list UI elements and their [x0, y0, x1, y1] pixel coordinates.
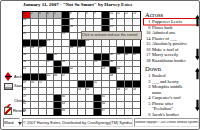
cell-r6c2[interactable]: 26 — [31, 47, 38, 53]
cell-r8c12[interactable]: 40 — [110, 61, 117, 67]
cell-r3c3[interactable] — [39, 26, 46, 32]
cell-number: 51 — [39, 81, 42, 84]
scope-selector-label: Word — [4, 121, 13, 125]
cell-number: 29 — [78, 46, 81, 49]
down-clue-3[interactable]: 3Memphis middle name — [144, 84, 200, 95]
cell-r6c12[interactable] — [110, 47, 117, 53]
cell-r7c7[interactable] — [70, 54, 77, 60]
cell-number: 4 — [47, 12, 49, 15]
cell-number: 43 — [102, 67, 105, 70]
black-cell — [39, 40, 46, 46]
cell-r10c15[interactable] — [133, 74, 140, 80]
cell-r12c9[interactable]: 55 — [86, 88, 93, 94]
puzzle-title: January 11, 2007 - "Not So Smart" by Har… — [23, 2, 132, 7]
cell-r11c10[interactable]: 52 — [94, 81, 101, 87]
black-cell — [117, 47, 124, 53]
cell-r2c13[interactable] — [117, 19, 124, 25]
cell-r15c15[interactable] — [133, 109, 140, 115]
cell-r2c2[interactable] — [31, 19, 38, 25]
down-clue-list: 1Rushed2___ and hearty3Memphis middle na… — [144, 73, 200, 117]
cell-r11c2[interactable]: 50 — [31, 81, 38, 87]
cell-number: 31 — [54, 53, 57, 56]
cell-r8c1[interactable]: 36 — [23, 61, 30, 67]
cell-r5c6[interactable] — [62, 40, 69, 46]
copyright-text: © 2007 Harvey Estes, Distributed by Cros… — [23, 121, 133, 125]
clue-number: 6 — [144, 112, 152, 118]
down-clue-6[interactable]: 6Jacob's brother — [144, 112, 200, 118]
cell-r5c12[interactable] — [110, 40, 117, 46]
check-icon — [4, 96, 13, 105]
cell-r6c10[interactable] — [94, 47, 101, 53]
cell-r12c12[interactable] — [110, 88, 117, 94]
cell-r7c8[interactable] — [78, 54, 85, 60]
cell-number: 64 — [102, 102, 105, 105]
cell-r13c6[interactable]: 60 — [62, 95, 69, 101]
cell-r4c1[interactable]: 20 — [23, 33, 30, 39]
black-cell — [39, 74, 46, 80]
cell-r15c6[interactable]: 66 — [62, 109, 69, 115]
cell-r1c5[interactable]: 5 — [54, 12, 61, 18]
across-scroll-up-icon[interactable] — [195, 14, 200, 27]
cell-r8c13[interactable] — [117, 61, 124, 67]
button-label: Reveal — [13, 109, 25, 113]
cell-r11c3[interactable]: 51 — [39, 81, 46, 87]
cell-r5c14[interactable] — [125, 40, 132, 46]
cell-r14c11[interactable]: 64 — [102, 102, 109, 108]
cell-r8c2[interactable] — [31, 61, 38, 67]
cell-number: 20 — [23, 32, 26, 35]
cell-r11c4[interactable] — [47, 81, 54, 87]
cell-number: 10 — [110, 12, 113, 15]
cell-r9c9[interactable] — [86, 67, 93, 73]
cell-r1c3[interactable]: 3 — [39, 12, 46, 18]
cell-r2c8[interactable] — [78, 19, 85, 25]
black-cell — [62, 19, 69, 25]
cell-r2c14[interactable] — [125, 19, 132, 25]
crossword-applet: January 11, 2007 - "Not So Smart" by Har… — [0, 0, 200, 130]
cell-r9c14[interactable] — [125, 67, 132, 73]
black-cell — [31, 40, 38, 46]
cell-number: 50 — [31, 81, 34, 84]
cell-number: 42 — [70, 67, 73, 70]
cell-number: 34 — [125, 53, 128, 56]
cell-r11c5[interactable] — [54, 81, 61, 87]
cell-number: 67 — [102, 109, 105, 112]
cell-number: 35 — [133, 53, 136, 56]
cell-r13c11[interactable]: 61 — [102, 95, 109, 101]
black-cell — [94, 109, 101, 115]
cell-r6c7[interactable]: 28 — [70, 47, 77, 53]
black-cell — [110, 67, 117, 73]
black-cell — [47, 54, 54, 60]
cell-r6c6[interactable] — [62, 47, 69, 53]
cell-r13c3[interactable] — [39, 95, 46, 101]
cell-r10c9[interactable] — [86, 74, 93, 80]
across-clue-list: 1Puppeteer Lewis6Flows back10Admired one… — [144, 19, 200, 63]
cell-r8c4[interactable]: 37 — [47, 61, 54, 67]
cell-number: 16 — [110, 18, 113, 21]
black-cell — [54, 95, 61, 101]
cell-r6c3[interactable]: 27 — [39, 47, 46, 53]
cell-r2c10[interactable] — [94, 19, 101, 25]
cell-r15c4[interactable] — [47, 109, 54, 115]
cell-r6c4[interactable] — [47, 47, 54, 53]
cell-number: 14 — [23, 18, 26, 21]
cell-r3c2[interactable] — [31, 26, 38, 32]
cell-r9c4[interactable] — [47, 67, 54, 73]
black-cell — [62, 12, 69, 18]
cell-number: 41 — [23, 67, 26, 70]
save-icon — [4, 83, 13, 90]
cell-number: 26 — [31, 46, 34, 49]
cell-number: 55 — [86, 88, 89, 91]
cell-r13c9[interactable] — [86, 95, 93, 101]
cell-number: 17 — [23, 25, 26, 28]
cell-number: 1 — [23, 12, 25, 15]
cell-r3c1[interactable]: 17 — [23, 26, 30, 32]
cell-r8c10[interactable]: 39 — [94, 61, 101, 67]
black-cell — [70, 40, 77, 46]
across-clue-18[interactable]: 18Kazakhstan border — [144, 58, 200, 64]
cell-r12c15[interactable]: 58 — [133, 88, 140, 94]
down-scroll-down-icon[interactable] — [195, 99, 200, 112]
cell-r12c2[interactable] — [31, 88, 38, 94]
cell-r13c13[interactable] — [117, 95, 124, 101]
cell-r4c2[interactable] — [31, 33, 38, 39]
cell-r8c14[interactable] — [125, 61, 132, 67]
cell-r8c6[interactable]: 38 — [62, 61, 69, 67]
cell-number: 57 — [125, 88, 128, 91]
cell-r2c9[interactable] — [86, 19, 93, 25]
cell-r6c8[interactable]: 29 — [78, 47, 85, 53]
cell-number: 38 — [62, 60, 65, 63]
cell-r7c9[interactable] — [86, 54, 93, 60]
cell-r14c4[interactable] — [47, 102, 54, 108]
button-label: Save — [14, 84, 23, 88]
cell-r11c6[interactable] — [62, 81, 69, 87]
cell-r7c2[interactable] — [31, 54, 38, 60]
cell-r12c11[interactable] — [102, 88, 109, 94]
cell-r12c10[interactable] — [94, 88, 101, 94]
cell-r12c13[interactable]: 56 — [117, 88, 124, 94]
clue-text: Jacob's brother — [152, 112, 193, 118]
cell-number: 25 — [23, 46, 26, 49]
cell-r9c10[interactable] — [94, 67, 101, 73]
cell-r9c15[interactable] — [133, 67, 140, 73]
cell-r15c14[interactable] — [125, 109, 132, 115]
cell-r10c8[interactable] — [78, 74, 85, 80]
cell-number: 37 — [47, 60, 50, 63]
cell-number: 2 — [31, 12, 33, 15]
cell-r5c10[interactable] — [94, 40, 101, 46]
check-button[interactable]: Check — [4, 96, 31, 105]
cell-r15c11[interactable]: 67 — [102, 109, 109, 115]
cell-r13c4[interactable] — [47, 95, 54, 101]
cell-r11c11[interactable] — [102, 81, 109, 87]
black-cell — [117, 81, 124, 87]
cell-r1c15[interactable]: 13 — [133, 12, 140, 18]
cell-number: 63 — [62, 102, 65, 105]
clue-number: 18 — [144, 58, 152, 64]
cell-r2c3[interactable] — [39, 19, 46, 25]
cell-r8c9[interactable] — [86, 61, 93, 67]
cell-number: 7 — [78, 12, 80, 15]
copyright-status-left: © 2007 Harvey Estes, Distributed by Cros… — [22, 118, 133, 127]
cell-number: 47 — [62, 74, 65, 77]
cell-r10c7[interactable] — [70, 74, 77, 80]
cell-number: 61 — [102, 95, 105, 98]
cell-r1c9[interactable]: 8 — [86, 12, 93, 18]
cell-number: 13 — [133, 12, 136, 15]
cell-r8c15[interactable] — [133, 61, 140, 67]
cell-number: 6 — [70, 12, 72, 15]
cell-r4c3[interactable] — [39, 33, 46, 39]
cell-r9c8[interactable] — [78, 67, 85, 73]
black-cell — [102, 61, 109, 67]
black-cell — [62, 26, 69, 32]
cell-r8c3[interactable] — [39, 61, 46, 67]
cell-r2c15[interactable] — [133, 19, 140, 25]
cell-r4c7[interactable] — [70, 33, 77, 39]
cell-r9c11[interactable]: 43 — [102, 67, 109, 73]
copyright-status-right: Software copyright © 2007 Literate Softw… — [134, 118, 199, 127]
cell-r10c11[interactable] — [102, 74, 109, 80]
cell-r13c15[interactable] — [133, 95, 140, 101]
cell-r9c3[interactable] — [39, 67, 46, 73]
cell-r4c4[interactable] — [47, 33, 54, 39]
cell-r2c4[interactable] — [47, 19, 54, 25]
cell-r14c2[interactable] — [31, 102, 38, 108]
black-cell — [125, 47, 132, 53]
cell-r13c2[interactable] — [31, 95, 38, 101]
black-cell — [102, 12, 109, 18]
cell-r2c5[interactable] — [54, 19, 61, 25]
cell-r10c5[interactable]: 46 — [54, 74, 61, 80]
cell-r2c7[interactable]: 15 — [70, 19, 77, 25]
cell-r10c6[interactable]: 47 — [62, 74, 69, 80]
button-label: Archive — [14, 75, 27, 79]
black-cell — [23, 40, 30, 46]
cell-number: 3 — [39, 12, 41, 15]
clue-number: 3 — [144, 84, 152, 95]
cell-r7c1[interactable]: 30 — [23, 54, 30, 60]
cell-r13c7[interactable] — [70, 95, 77, 101]
cell-number: 15 — [70, 18, 73, 21]
down-clue-5[interactable]: 5Phrase after "Peekaboo" — [144, 101, 200, 112]
reveal-icon — [4, 107, 12, 115]
cell-r15c3[interactable] — [39, 109, 46, 115]
cell-r7c15[interactable]: 35 — [133, 54, 140, 60]
across-scroll-down-icon[interactable] — [195, 48, 200, 61]
cell-r14c3[interactable] — [39, 102, 46, 108]
cell-r7c3[interactable] — [39, 54, 46, 60]
cell-r5c9[interactable]: 24 — [86, 40, 93, 46]
cell-number: 19 — [110, 25, 113, 28]
cell-r4c5[interactable] — [54, 33, 61, 39]
cell-r8c8[interactable] — [78, 61, 85, 67]
black-cell — [86, 81, 93, 87]
cell-r7c5[interactable]: 31 — [54, 54, 61, 60]
cell-r15c2[interactable] — [31, 109, 38, 115]
black-cell — [133, 47, 140, 53]
activation-banner-text: Click to activate and use this control — [82, 33, 138, 37]
cell-r1c4[interactable]: 4 — [47, 12, 54, 18]
black-cell — [94, 54, 101, 60]
cell-r5c5[interactable] — [54, 40, 61, 46]
cell-r10c12[interactable]: 48 — [110, 74, 117, 80]
cell-number: 27 — [39, 46, 42, 49]
cell-r1c14[interactable]: 12 — [125, 12, 132, 18]
cell-r14c7[interactable] — [70, 102, 77, 108]
cell-r3c4[interactable] — [47, 26, 54, 32]
black-cell — [94, 102, 101, 108]
crossword-grid: 1234567891011121314151617181920212223242… — [22, 11, 141, 116]
cell-number: 12 — [125, 12, 128, 15]
cell-r12c3[interactable] — [39, 88, 46, 94]
cell-r3c5[interactable] — [54, 26, 61, 32]
cell-number: 45 — [47, 74, 50, 77]
cell-number: 48 — [110, 74, 113, 77]
cell-number: 21 — [62, 32, 65, 35]
save-button[interactable]: Save — [4, 82, 28, 90]
scope-selector[interactable]: Word — [3, 118, 20, 127]
cell-number: 56 — [117, 88, 120, 91]
cell-number: 28 — [70, 46, 73, 49]
black-cell — [125, 81, 132, 87]
cell-r5c11[interactable] — [102, 40, 109, 46]
cell-r10c4[interactable]: 45 — [47, 74, 54, 80]
cell-r15c9[interactable] — [86, 109, 93, 115]
cell-r1c2[interactable]: 2 — [31, 12, 38, 18]
cell-r15c13[interactable] — [117, 109, 124, 115]
cell-number: 8 — [86, 12, 88, 15]
cell-r1c10[interactable]: 9 — [94, 12, 101, 18]
black-cell — [54, 67, 61, 73]
clue-text: Phrase after "Peekaboo" — [152, 101, 193, 112]
black-cell — [102, 54, 109, 60]
cell-r2c1[interactable]: 14 — [23, 19, 30, 25]
cell-r15c12[interactable] — [110, 109, 117, 115]
cell-number: 46 — [54, 74, 57, 77]
cell-number: 39 — [94, 60, 97, 63]
cell-r13c12[interactable] — [110, 95, 117, 101]
cell-number: 5 — [54, 12, 56, 15]
cell-number: 58 — [133, 88, 136, 91]
black-cell — [78, 40, 85, 46]
cell-r14c8[interactable] — [78, 102, 85, 108]
cell-number: 54 — [78, 88, 81, 91]
across-header: Across — [145, 11, 163, 18]
black-cell — [133, 81, 140, 87]
cell-r6c9[interactable] — [86, 47, 93, 53]
black-cell — [78, 81, 85, 87]
cell-r5c13[interactable] — [117, 40, 124, 46]
cell-r14c15[interactable] — [133, 102, 140, 108]
cell-r14c13[interactable] — [117, 102, 124, 108]
cell-number: 44 — [117, 67, 120, 70]
cell-number: 36 — [23, 60, 26, 63]
clue-text: Memphis middle name — [152, 84, 193, 95]
cell-number: 30 — [23, 53, 26, 56]
cell-r7c6[interactable] — [62, 54, 69, 60]
cell-r14c6[interactable]: 63 — [62, 102, 69, 108]
cell-r11c7[interactable] — [70, 81, 77, 87]
cell-number: 18 — [70, 25, 73, 28]
cell-r12c5[interactable] — [54, 88, 61, 94]
cell-r8c7[interactable] — [70, 61, 77, 67]
cell-r1c8[interactable]: 7 — [78, 12, 85, 18]
black-cell — [54, 109, 61, 115]
cell-r5c4[interactable]: 23 — [47, 40, 54, 46]
black-cell — [62, 67, 69, 73]
cell-number: 52 — [94, 81, 97, 84]
cell-r12c8[interactable]: 54 — [78, 88, 85, 94]
down-header: Down — [145, 65, 161, 72]
cell-r6c11[interactable] — [102, 47, 109, 53]
cell-number: 66 — [62, 109, 65, 112]
clue-panel: Across 1Puppeteer Lewis6Flows back10Admi… — [144, 11, 200, 124]
cell-number: 32 — [110, 53, 113, 56]
black-cell — [54, 61, 61, 67]
cell-r13c14[interactable] — [125, 95, 132, 101]
button-label: Check — [14, 99, 25, 103]
black-cell — [102, 19, 109, 25]
cell-r12c14[interactable]: 57 — [125, 88, 132, 94]
cell-r13c8[interactable] — [78, 95, 85, 101]
cell-r9c7[interactable]: 42 — [70, 67, 77, 73]
cell-number: 9 — [94, 12, 96, 15]
cell-r14c12[interactable] — [110, 102, 117, 108]
cell-r5c15[interactable] — [133, 40, 140, 46]
software-copyright-text: Software copyright © 2007 Literate Softw… — [135, 121, 198, 124]
cell-r11c12[interactable] — [110, 81, 117, 87]
cell-r15c8[interactable] — [78, 109, 85, 115]
cell-r10c10[interactable] — [94, 74, 101, 80]
cell-r15c7[interactable] — [70, 109, 77, 115]
cell-r12c4[interactable] — [47, 88, 54, 94]
cell-number: 23 — [47, 39, 50, 42]
cell-r6c1[interactable]: 25 — [23, 47, 30, 53]
cell-r3c7[interactable]: 18 — [70, 26, 77, 32]
black-cell — [54, 102, 61, 108]
cell-r7c14[interactable]: 34 — [125, 54, 132, 60]
cell-r12c6[interactable] — [62, 88, 69, 94]
cell-r1c13[interactable]: 11 — [117, 12, 124, 18]
reveal-button[interactable]: Reveal — [4, 107, 32, 115]
cell-r14c14[interactable] — [125, 102, 132, 108]
cell-r4c6[interactable]: 21 — [62, 33, 69, 39]
activex-activation-banner[interactable]: Click to activate and use this control — [81, 31, 142, 40]
cell-r9c13[interactable]: 44 — [117, 67, 124, 73]
cell-number: 33 — [117, 53, 120, 56]
archive-icon — [4, 72, 13, 81]
cell-r7c13[interactable]: 33 — [117, 54, 124, 60]
cell-r2c12[interactable]: 16 — [110, 19, 117, 25]
clue-number: 5 — [144, 101, 152, 112]
black-cell — [94, 95, 101, 101]
cell-r12c7[interactable] — [70, 88, 77, 94]
cell-r6c5[interactable] — [54, 47, 61, 53]
cell-r10c13[interactable] — [117, 74, 124, 80]
cell-r10c14[interactable] — [125, 74, 132, 80]
cell-r14c9[interactable] — [86, 102, 93, 108]
clue-text: Kazakhstan border — [152, 58, 193, 64]
archive-button[interactable]: Archive — [4, 72, 34, 81]
cell-number: 11 — [117, 12, 120, 15]
cell-number: 40 — [110, 60, 113, 63]
down-scroll-up-icon[interactable] — [195, 67, 200, 80]
cell-r7c12[interactable]: 32 — [110, 54, 117, 60]
